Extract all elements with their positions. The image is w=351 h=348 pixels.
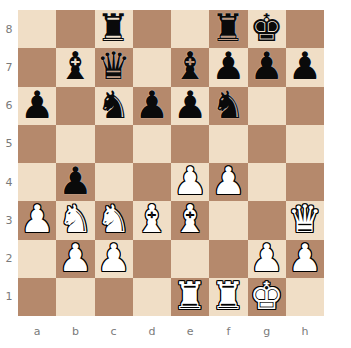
black-bishop[interactable]: ♝ bbox=[173, 47, 207, 85]
square-c1[interactable] bbox=[95, 278, 133, 316]
square-a4[interactable] bbox=[18, 163, 56, 201]
square-g3[interactable] bbox=[248, 201, 286, 239]
square-g8[interactable]: ♚ bbox=[248, 10, 286, 48]
rank-label-4: 4 bbox=[0, 163, 18, 201]
black-pawn[interactable]: ♟ bbox=[211, 47, 245, 85]
file-label-g: g bbox=[248, 316, 286, 346]
square-b6[interactable] bbox=[56, 87, 94, 125]
square-e2[interactable] bbox=[171, 240, 209, 278]
square-b3[interactable]: ♞ bbox=[56, 201, 94, 239]
square-f6[interactable]: ♞ bbox=[209, 87, 247, 125]
square-c2[interactable]: ♟ bbox=[95, 240, 133, 278]
black-knight[interactable]: ♞ bbox=[211, 86, 245, 124]
square-d7[interactable] bbox=[133, 48, 171, 86]
square-f4[interactable]: ♟ bbox=[209, 163, 247, 201]
rank-label-2: 2 bbox=[0, 240, 18, 278]
square-h2[interactable]: ♟ bbox=[286, 240, 324, 278]
black-pawn[interactable]: ♟ bbox=[135, 86, 169, 124]
black-pawn[interactable]: ♟ bbox=[250, 47, 284, 85]
white-pawn[interactable]: ♟ bbox=[211, 162, 245, 200]
black-pawn[interactable]: ♟ bbox=[20, 86, 54, 124]
white-pawn[interactable]: ♟ bbox=[288, 239, 322, 277]
square-b1[interactable] bbox=[56, 278, 94, 316]
file-label-a: a bbox=[18, 316, 56, 346]
white-pawn[interactable]: ♟ bbox=[173, 162, 207, 200]
black-pawn[interactable]: ♟ bbox=[58, 162, 92, 200]
square-h1[interactable] bbox=[286, 278, 324, 316]
square-b4[interactable]: ♟ bbox=[56, 163, 94, 201]
square-e5[interactable] bbox=[171, 125, 209, 163]
rank-label-5: 5 bbox=[0, 125, 18, 163]
square-e7[interactable]: ♝ bbox=[171, 48, 209, 86]
square-g4[interactable] bbox=[248, 163, 286, 201]
chess-board[interactable]: ♜♜♚♝♛♝♟♟♟♟♞♟♟♞♟♟♟♟♞♞♝♝♛♟♟♟♟♜♜♚ bbox=[18, 10, 324, 316]
black-rook[interactable]: ♜ bbox=[211, 9, 245, 47]
square-g1[interactable]: ♚ bbox=[248, 278, 286, 316]
square-g2[interactable]: ♟ bbox=[248, 240, 286, 278]
square-c3[interactable]: ♞ bbox=[95, 201, 133, 239]
square-h7[interactable]: ♟ bbox=[286, 48, 324, 86]
file-label-b: b bbox=[56, 316, 94, 346]
square-d4[interactable] bbox=[133, 163, 171, 201]
file-label-d: d bbox=[133, 316, 171, 346]
square-h4[interactable] bbox=[286, 163, 324, 201]
file-label-c: c bbox=[95, 316, 133, 346]
square-a2[interactable] bbox=[18, 240, 56, 278]
white-knight[interactable]: ♞ bbox=[58, 200, 92, 238]
white-king[interactable]: ♚ bbox=[250, 277, 284, 315]
file-label-f: f bbox=[209, 316, 247, 346]
square-b2[interactable]: ♟ bbox=[56, 240, 94, 278]
square-f2[interactable] bbox=[209, 240, 247, 278]
square-b7[interactable]: ♝ bbox=[56, 48, 94, 86]
square-f8[interactable]: ♜ bbox=[209, 10, 247, 48]
square-e4[interactable]: ♟ bbox=[171, 163, 209, 201]
square-c4[interactable] bbox=[95, 163, 133, 201]
square-f3[interactable] bbox=[209, 201, 247, 239]
square-f7[interactable]: ♟ bbox=[209, 48, 247, 86]
white-queen[interactable]: ♛ bbox=[288, 200, 322, 238]
black-rook[interactable]: ♜ bbox=[97, 9, 131, 47]
square-h3[interactable]: ♛ bbox=[286, 201, 324, 239]
rank-labels: 87654321 bbox=[0, 10, 18, 316]
square-g7[interactable]: ♟ bbox=[248, 48, 286, 86]
square-a3[interactable]: ♟ bbox=[18, 201, 56, 239]
square-b8[interactable] bbox=[56, 10, 94, 48]
rank-label-1: 1 bbox=[0, 278, 18, 316]
square-a1[interactable] bbox=[18, 278, 56, 316]
square-a5[interactable] bbox=[18, 125, 56, 163]
square-c7[interactable]: ♛ bbox=[95, 48, 133, 86]
square-g6[interactable] bbox=[248, 87, 286, 125]
square-f5[interactable] bbox=[209, 125, 247, 163]
black-king[interactable]: ♚ bbox=[250, 9, 284, 47]
square-d2[interactable] bbox=[133, 240, 171, 278]
square-e1[interactable]: ♜ bbox=[171, 278, 209, 316]
white-bishop[interactable]: ♝ bbox=[173, 200, 207, 238]
white-pawn[interactable]: ♟ bbox=[20, 200, 54, 238]
file-label-h: h bbox=[286, 316, 324, 346]
square-d5[interactable] bbox=[133, 125, 171, 163]
square-a8[interactable] bbox=[18, 10, 56, 48]
square-e3[interactable]: ♝ bbox=[171, 201, 209, 239]
file-labels: abcdefgh bbox=[18, 316, 324, 346]
square-h5[interactable] bbox=[286, 125, 324, 163]
black-bishop[interactable]: ♝ bbox=[58, 47, 92, 85]
rank-label-3: 3 bbox=[0, 201, 18, 239]
black-queen[interactable]: ♛ bbox=[97, 47, 131, 85]
square-a7[interactable] bbox=[18, 48, 56, 86]
square-b5[interactable] bbox=[56, 125, 94, 163]
rank-label-6: 6 bbox=[0, 87, 18, 125]
square-h8[interactable] bbox=[286, 10, 324, 48]
rank-label-7: 7 bbox=[0, 48, 18, 86]
square-e6[interactable]: ♟ bbox=[171, 87, 209, 125]
white-rook[interactable]: ♜ bbox=[211, 277, 245, 315]
square-d1[interactable] bbox=[133, 278, 171, 316]
square-d8[interactable] bbox=[133, 10, 171, 48]
square-e8[interactable] bbox=[171, 10, 209, 48]
white-pawn[interactable]: ♟ bbox=[97, 239, 131, 277]
square-d6[interactable]: ♟ bbox=[133, 87, 171, 125]
square-d3[interactable]: ♝ bbox=[133, 201, 171, 239]
black-pawn[interactable]: ♟ bbox=[288, 47, 322, 85]
square-a6[interactable]: ♟ bbox=[18, 87, 56, 125]
chess-diagram: 87654321 ♜♜♚♝♛♝♟♟♟♟♞♟♟♞♟♟♟♟♞♞♝♝♛♟♟♟♟♜♜♚ … bbox=[0, 0, 351, 348]
file-label-e: e bbox=[171, 316, 209, 346]
black-knight[interactable]: ♞ bbox=[97, 86, 131, 124]
square-g5[interactable] bbox=[248, 125, 286, 163]
square-c5[interactable] bbox=[95, 125, 133, 163]
square-h6[interactable] bbox=[286, 87, 324, 125]
white-pawn[interactable]: ♟ bbox=[250, 239, 284, 277]
black-pawn[interactable]: ♟ bbox=[173, 86, 207, 124]
white-pawn[interactable]: ♟ bbox=[58, 239, 92, 277]
white-bishop[interactable]: ♝ bbox=[135, 200, 169, 238]
white-knight[interactable]: ♞ bbox=[97, 200, 131, 238]
rank-label-8: 8 bbox=[0, 10, 18, 48]
square-c6[interactable]: ♞ bbox=[95, 87, 133, 125]
white-rook[interactable]: ♜ bbox=[173, 277, 207, 315]
square-f1[interactable]: ♜ bbox=[209, 278, 247, 316]
square-c8[interactable]: ♜ bbox=[95, 10, 133, 48]
